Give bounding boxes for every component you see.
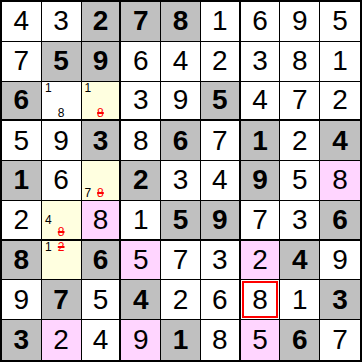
cell-r6c9[interactable]: 6 xyxy=(320,201,360,241)
cell-r5c9[interactable]: 8 xyxy=(320,161,360,201)
cell-r9c1[interactable]: 3 xyxy=(2,320,42,360)
cell-r2c9[interactable]: 1 xyxy=(320,42,360,82)
cell-r1c2[interactable]: 3 xyxy=(42,2,82,42)
cell-value: 7 xyxy=(332,326,348,354)
pencil-mark-empty xyxy=(82,161,95,174)
cell-r5c7[interactable]: 9 xyxy=(241,161,281,201)
pencil-mark-empty xyxy=(42,267,55,280)
cell-r2c3[interactable]: 9 xyxy=(82,42,122,82)
cell-value: 6 xyxy=(14,86,30,114)
pencil-mark-empty xyxy=(55,254,68,267)
cell-value: 2 xyxy=(332,86,348,114)
pencil-mark-4: 4 xyxy=(42,213,55,226)
pencil-mark-8-eliminated: 8 xyxy=(94,187,107,200)
cell-r9c2[interactable]: 2 xyxy=(42,320,82,360)
cell-r5c3[interactable]: 78 xyxy=(82,161,122,201)
cell-value: 3 xyxy=(93,127,109,155)
pencil-mark-empty xyxy=(68,201,81,214)
cell-r5c8[interactable]: 5 xyxy=(280,161,320,201)
pencil-mark-1: 1 xyxy=(42,82,55,95)
pencil-marks: 48 xyxy=(42,201,81,239)
cell-r2c4[interactable]: 6 xyxy=(121,42,161,82)
cell-r3c3[interactable]: 18 xyxy=(82,82,122,122)
cell-r7c4[interactable]: 5 xyxy=(121,241,161,281)
cell-r9c9[interactable]: 7 xyxy=(320,320,360,360)
cell-r8c6[interactable]: 6 xyxy=(201,280,241,320)
cell-value: 8 xyxy=(14,246,30,274)
cell-r2c2[interactable]: 5 xyxy=(42,42,82,82)
cell-value: 7 xyxy=(14,47,30,75)
pencil-mark-1: 1 xyxy=(82,82,95,95)
cell-r4c9[interactable]: 4 xyxy=(320,121,360,161)
cell-value: 4 xyxy=(252,86,268,114)
cell-value: 5 xyxy=(173,206,189,234)
cell-r8c9[interactable]: 3 xyxy=(320,280,360,320)
cell-value: 4 xyxy=(14,7,30,35)
cell-value: 1 xyxy=(14,166,30,194)
pencil-mark-empty xyxy=(55,201,68,214)
cell-r3c8[interactable]: 7 xyxy=(280,82,320,122)
cell-r5c2[interactable]: 6 xyxy=(42,161,82,201)
cell-r4c8[interactable]: 2 xyxy=(280,121,320,161)
cell-r1c9[interactable]: 5 xyxy=(320,2,360,42)
pencil-mark-8: 8 xyxy=(55,107,68,120)
cell-value: 5 xyxy=(292,166,308,194)
cell-value: 3 xyxy=(53,7,69,35)
cell-value: 3 xyxy=(252,47,268,75)
pencil-mark-empty xyxy=(82,107,95,120)
cell-r2c1[interactable]: 7 xyxy=(2,42,42,82)
pencil-mark-empty xyxy=(42,94,55,107)
pencil-mark-empty xyxy=(68,226,81,239)
cell-r6c7[interactable]: 7 xyxy=(241,201,281,241)
cell-r5c4[interactable]: 2 xyxy=(121,161,161,201)
cell-r9c4[interactable]: 9 xyxy=(121,320,161,360)
cell-r4c7[interactable]: 1 xyxy=(241,121,281,161)
cell-value: 5 xyxy=(212,86,228,114)
cell-value: 2 xyxy=(93,7,109,35)
pencil-mark-empty xyxy=(68,107,81,120)
cell-value: 5 xyxy=(53,47,69,75)
cell-value: 6 xyxy=(212,286,228,314)
cell-value: 6 xyxy=(173,127,189,155)
pencil-mark-8-eliminated: 8 xyxy=(94,107,107,120)
cell-value: 9 xyxy=(93,47,109,75)
cell-r8c4[interactable]: 4 xyxy=(121,280,161,320)
cell-value: 5 xyxy=(332,7,348,35)
cell-value: 1 xyxy=(133,206,149,234)
cell-r8c5[interactable]: 2 xyxy=(161,280,201,320)
cell-value: 3 xyxy=(212,246,228,274)
cell-value: 2 xyxy=(252,246,268,274)
cell-r4c1[interactable]: 5 xyxy=(2,121,42,161)
pencil-mark-empty xyxy=(94,174,107,187)
cell-r4c3[interactable]: 3 xyxy=(82,121,122,161)
cell-r7c6[interactable]: 3 xyxy=(201,241,241,281)
pencil-mark-empty xyxy=(94,161,107,174)
pencil-mark-empty xyxy=(107,161,120,174)
pencil-mark-empty xyxy=(55,82,68,95)
cell-value: 2 xyxy=(292,127,308,155)
cell-value: 2 xyxy=(133,166,149,194)
cell-value: 6 xyxy=(292,326,308,354)
cell-value: 9 xyxy=(212,206,228,234)
cell-r4c6[interactable]: 7 xyxy=(201,121,241,161)
cell-r8c1[interactable]: 9 xyxy=(2,280,42,320)
cell-value: 8 xyxy=(332,166,348,194)
cell-value: 1 xyxy=(212,7,228,35)
cell-value: 3 xyxy=(332,286,348,314)
cell-value: 4 xyxy=(212,166,228,194)
cell-r2c5[interactable]: 4 xyxy=(161,42,201,82)
pencil-mark-empty xyxy=(42,226,55,239)
cell-r7c7[interactable]: 2 xyxy=(241,241,281,281)
pencil-mark-empty xyxy=(107,94,120,107)
cell-r4c5[interactable]: 6 xyxy=(161,121,201,161)
cell-r6c6[interactable]: 9 xyxy=(201,201,241,241)
cell-r2c6[interactable]: 2 xyxy=(201,42,241,82)
cell-r9c7[interactable]: 5 xyxy=(241,320,281,360)
pencil-mark-empty xyxy=(94,94,107,107)
cell-value: 8 xyxy=(93,206,109,234)
cell-r9c5[interactable]: 1 xyxy=(161,320,201,360)
cell-r6c3[interactable]: 8 xyxy=(82,201,122,241)
pencil-mark-empty xyxy=(82,94,95,107)
cell-r1c5[interactable]: 8 xyxy=(161,2,201,42)
cell-value: 7 xyxy=(133,7,149,35)
cell-r7c2[interactable]: 12 xyxy=(42,241,82,281)
pencil-mark-empty xyxy=(68,267,81,280)
cell-r5c1[interactable]: 1 xyxy=(2,161,42,201)
sudoku-board: 4327816957596423816181839547259386712416… xyxy=(0,0,362,362)
cell-r8c2[interactable]: 7 xyxy=(42,280,82,320)
cell-value: 3 xyxy=(173,166,189,194)
cell-r8c7[interactable]: 8 xyxy=(241,280,281,320)
cell-value: 8 xyxy=(173,7,189,35)
pencil-mark-empty xyxy=(42,107,55,120)
cell-r6c5[interactable]: 5 xyxy=(161,201,201,241)
cell-value: 1 xyxy=(332,47,348,75)
pencil-mark-empty xyxy=(107,107,120,120)
cell-value: 4 xyxy=(93,326,109,354)
cell-r1c6[interactable]: 1 xyxy=(201,2,241,42)
pencil-mark-empty xyxy=(107,187,120,200)
cell-value: 5 xyxy=(252,326,268,354)
cell-value: 8 xyxy=(252,286,268,314)
pencil-mark-empty xyxy=(94,82,107,95)
cell-value: 7 xyxy=(292,86,308,114)
cell-value: 4 xyxy=(133,286,149,314)
cell-value: 9 xyxy=(332,246,348,274)
cell-r6c1[interactable]: 2 xyxy=(2,201,42,241)
cell-value: 5 xyxy=(133,246,149,274)
cell-r4c4[interactable]: 8 xyxy=(121,121,161,161)
cell-value: 9 xyxy=(252,166,268,194)
cell-r7c1[interactable]: 8 xyxy=(2,241,42,281)
cell-value: 6 xyxy=(332,206,348,234)
cell-r3c4[interactable]: 3 xyxy=(121,82,161,122)
cell-value: 8 xyxy=(212,326,228,354)
cell-r4c2[interactable]: 9 xyxy=(42,121,82,161)
cell-r3c2[interactable]: 18 xyxy=(42,82,82,122)
cell-r6c4[interactable]: 1 xyxy=(121,201,161,241)
cell-value: 9 xyxy=(53,127,69,155)
cell-r8c8[interactable]: 1 xyxy=(280,280,320,320)
pencil-mark-empty xyxy=(68,254,81,267)
cell-r5c6[interactable]: 4 xyxy=(201,161,241,201)
pencil-mark-empty xyxy=(107,174,120,187)
cell-value: 7 xyxy=(252,206,268,234)
cell-value: 6 xyxy=(252,7,268,35)
cell-value: 5 xyxy=(93,286,109,314)
cell-value: 3 xyxy=(133,86,149,114)
cell-r3c6[interactable]: 5 xyxy=(201,82,241,122)
cell-value: 1 xyxy=(252,127,268,155)
pencil-marks: 78 xyxy=(82,161,120,200)
cell-r3c1[interactable]: 6 xyxy=(2,82,42,122)
cell-value: 3 xyxy=(292,206,308,234)
cell-r1c4[interactable]: 7 xyxy=(121,2,161,42)
pencil-mark-empty xyxy=(82,174,95,187)
pencil-mark-2-eliminated: 2 xyxy=(55,241,68,254)
cell-value: 7 xyxy=(173,246,189,274)
cell-value: 4 xyxy=(292,246,308,274)
cell-r2c7[interactable]: 3 xyxy=(241,42,281,82)
cell-r7c8[interactable]: 4 xyxy=(280,241,320,281)
cell-r3c7[interactable]: 4 xyxy=(241,82,281,122)
cell-value: 5 xyxy=(14,127,30,155)
cell-value: 4 xyxy=(332,127,348,155)
pencil-marks: 18 xyxy=(42,82,81,120)
cell-r1c8[interactable]: 9 xyxy=(280,2,320,42)
cell-value: 7 xyxy=(53,286,69,314)
cell-value: 6 xyxy=(53,166,69,194)
cell-r1c3[interactable]: 2 xyxy=(82,2,122,42)
cell-r5c5[interactable]: 3 xyxy=(161,161,201,201)
cell-value: 2 xyxy=(53,326,69,354)
cell-value: 4 xyxy=(173,47,189,75)
cell-r9c3[interactable]: 4 xyxy=(82,320,122,360)
pencil-mark-empty xyxy=(68,241,81,254)
pencil-mark-empty xyxy=(68,213,81,226)
pencil-mark-empty xyxy=(68,82,81,95)
cell-value: 9 xyxy=(173,86,189,114)
cell-value: 1 xyxy=(173,326,189,354)
cell-value: 2 xyxy=(14,206,30,234)
cell-r7c9[interactable]: 9 xyxy=(320,241,360,281)
pencil-mark-empty xyxy=(42,201,55,214)
cell-r8c3[interactable]: 5 xyxy=(82,280,122,320)
pencil-mark-8-eliminated: 8 xyxy=(55,226,68,239)
pencil-mark-empty xyxy=(68,94,81,107)
cell-r2c8[interactable]: 8 xyxy=(280,42,320,82)
cell-value: 6 xyxy=(93,246,109,274)
cell-r3c9[interactable]: 2 xyxy=(320,82,360,122)
pencil-mark-empty xyxy=(107,82,120,95)
cell-value: 9 xyxy=(292,7,308,35)
cell-value: 2 xyxy=(212,47,228,75)
cell-value: 9 xyxy=(133,326,149,354)
cell-value: 1 xyxy=(292,286,308,314)
cell-value: 7 xyxy=(212,127,228,155)
cell-r7c5[interactable]: 7 xyxy=(161,241,201,281)
cell-r1c1[interactable]: 4 xyxy=(2,2,42,42)
pencil-mark-empty xyxy=(55,213,68,226)
cell-r7c3[interactable]: 6 xyxy=(82,241,122,281)
cell-value: 9 xyxy=(14,286,30,314)
cell-value: 6 xyxy=(133,47,149,75)
pencil-marks: 12 xyxy=(42,241,81,280)
pencil-marks: 18 xyxy=(82,82,120,120)
cell-value: 8 xyxy=(292,47,308,75)
pencil-mark-7: 7 xyxy=(82,187,95,200)
cell-r3c5[interactable]: 9 xyxy=(161,82,201,122)
cell-value: 2 xyxy=(173,286,189,314)
pencil-mark-1: 1 xyxy=(42,241,55,254)
cell-r6c2[interactable]: 48 xyxy=(42,201,82,241)
cell-r1c7[interactable]: 6 xyxy=(241,2,281,42)
cell-value: 3 xyxy=(14,326,30,354)
pencil-mark-empty xyxy=(42,254,55,267)
cell-r9c8[interactable]: 6 xyxy=(280,320,320,360)
pencil-mark-empty xyxy=(55,267,68,280)
cell-value: 8 xyxy=(133,127,149,155)
cell-r9c6[interactable]: 8 xyxy=(201,320,241,360)
pencil-mark-empty xyxy=(55,94,68,107)
cell-r6c8[interactable]: 3 xyxy=(280,201,320,241)
